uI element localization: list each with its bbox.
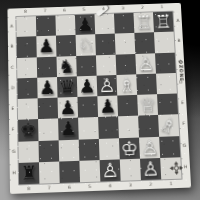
square-e6[interactable]: ♟: [58, 97, 79, 119]
coord-left-B: B: [10, 45, 13, 49]
white-pawn[interactable]: ♙: [98, 76, 116, 95]
black-pawn[interactable]: ♟: [99, 97, 117, 116]
compass-logo-icon: [169, 159, 183, 179]
coord-right-E: E: [181, 101, 184, 106]
black-rook[interactable]: ♜: [20, 163, 38, 183]
square-d2[interactable]: [136, 73, 157, 94]
square-c1[interactable]: [155, 52, 176, 73]
white-pawn[interactable]: ♙: [101, 160, 119, 180]
square-d1[interactable]: [156, 73, 177, 94]
square-b2[interactable]: [134, 32, 155, 53]
square-a2[interactable]: ♖: [133, 12, 153, 33]
coord-top-6: 6: [63, 8, 66, 12]
square-h7[interactable]: [39, 161, 60, 183]
photo-background: ♟♖♖♟♘♞♙♟♛♟♙♗♟♟♕♚♟♗♔♙♜♙♙ OZONE 8877665544…: [0, 0, 200, 200]
coord-bottom-4: 4: [109, 184, 112, 189]
square-e5[interactable]: [77, 96, 98, 118]
square-f7[interactable]: [38, 119, 59, 141]
square-c4[interactable]: [96, 54, 117, 75]
square-d7[interactable]: ♟: [37, 77, 57, 98]
coord-bottom-2: 2: [149, 183, 152, 188]
square-f1[interactable]: ♗: [158, 114, 179, 136]
coord-bottom-8: 8: [27, 187, 30, 192]
coord-left-C: C: [11, 65, 14, 69]
coord-top-2: 2: [141, 6, 144, 10]
black-king[interactable]: ♚: [20, 120, 37, 140]
square-f5[interactable]: [78, 117, 99, 139]
coord-top-5: 5: [83, 8, 86, 12]
square-b3[interactable]: [115, 33, 136, 54]
coord-right-G: G: [183, 143, 187, 148]
coord-right-D: D: [179, 80, 183, 85]
white-queen[interactable]: ♕: [139, 95, 157, 114]
square-g6[interactable]: [59, 139, 80, 161]
coord-left-H: H: [12, 171, 16, 176]
square-g1[interactable]: [159, 136, 180, 158]
square-a8[interactable]: [16, 16, 36, 37]
coord-right-H: H: [184, 165, 188, 170]
square-f8[interactable]: ♚: [18, 119, 38, 141]
black-pawn[interactable]: ♟: [38, 37, 55, 56]
board-grid: ♟♖♖♟♘♞♙♟♛♟♙♗♟♟♕♚♟♗♔♙♜♙♙: [16, 12, 181, 185]
square-d8[interactable]: [17, 77, 37, 98]
coord-right-C: C: [178, 60, 181, 64]
square-e4[interactable]: ♟: [97, 96, 118, 118]
square-b1[interactable]: [154, 32, 175, 53]
square-d3[interactable]: ♗: [116, 74, 137, 95]
coord-right-A: A: [176, 19, 179, 23]
white-pawn[interactable]: ♙: [142, 159, 160, 179]
square-c2[interactable]: ♙: [135, 53, 156, 74]
coord-bottom-1: 1: [169, 182, 172, 187]
square-h4[interactable]: ♙: [100, 159, 121, 181]
square-c8[interactable]: [17, 57, 37, 78]
square-e2[interactable]: ♕: [137, 94, 158, 116]
coord-top-3: 3: [121, 6, 124, 10]
coord-bottom-3: 3: [129, 183, 132, 188]
square-a3[interactable]: [114, 13, 134, 34]
square-c3[interactable]: [116, 54, 137, 75]
white-bishop[interactable]: ♗: [157, 113, 181, 137]
square-a5[interactable]: ♟: [75, 14, 95, 35]
square-g2[interactable]: ♙: [139, 136, 160, 158]
square-h6[interactable]: [59, 161, 80, 183]
square-a4[interactable]: [94, 14, 114, 35]
coord-left-F: F: [12, 128, 15, 133]
square-c7[interactable]: [37, 56, 57, 77]
coord-left-A: A: [10, 25, 13, 29]
coord-bottom-7: 7: [48, 186, 51, 191]
black-pawn[interactable]: ♟: [78, 77, 96, 96]
square-h3[interactable]: [120, 158, 141, 180]
coord-top-8: 8: [24, 9, 27, 13]
square-c5[interactable]: [76, 55, 96, 76]
square-g8[interactable]: [18, 141, 39, 163]
black-queen[interactable]: ♛: [58, 77, 75, 96]
square-e7[interactable]: [38, 98, 58, 120]
square-c6[interactable]: ♞: [56, 56, 76, 77]
square-d6[interactable]: ♛: [57, 76, 77, 97]
square-h8[interactable]: ♜: [19, 162, 40, 184]
coord-top-7: 7: [44, 9, 47, 13]
square-b6[interactable]: [56, 35, 76, 56]
coord-top-1: 1: [160, 5, 163, 9]
square-b4[interactable]: [95, 34, 115, 55]
square-d5[interactable]: ♟: [77, 75, 98, 96]
square-b8[interactable]: [17, 36, 37, 57]
coord-left-D: D: [11, 86, 15, 91]
coord-right-B: B: [177, 39, 180, 43]
square-e8[interactable]: [18, 98, 38, 120]
square-d4[interactable]: ♙: [97, 75, 118, 96]
square-g3[interactable]: ♔: [119, 137, 140, 159]
white-rook[interactable]: ♖: [154, 13, 172, 32]
coord-left-G: G: [12, 149, 16, 154]
black-pawn[interactable]: ♟: [39, 78, 56, 97]
square-f2[interactable]: [138, 115, 159, 137]
chess-board: ♟♖♖♟♘♞♙♟♛♟♙♗♟♟♕♚♟♗♔♙♜♙♙ OZONE 8877665544…: [7, 3, 191, 194]
square-f3[interactable]: [118, 116, 139, 138]
coord-bottom-5: 5: [88, 185, 91, 190]
square-b7[interactable]: ♟: [36, 36, 56, 57]
square-h5[interactable]: [79, 160, 100, 182]
square-e3[interactable]: [117, 95, 138, 117]
square-f4[interactable]: [98, 117, 119, 139]
square-a7[interactable]: [36, 16, 56, 37]
black-pawn[interactable]: ♟: [76, 15, 93, 34]
white-pawn[interactable]: ♙: [137, 54, 155, 73]
square-g7[interactable]: [39, 140, 60, 162]
white-pawn[interactable]: ♙: [141, 138, 159, 158]
coord-right-F: F: [182, 122, 185, 127]
coord-top-4: 4: [102, 7, 105, 11]
black-pawn[interactable]: ♟: [60, 119, 78, 139]
white-knight[interactable]: ♘: [77, 36, 94, 55]
white-king[interactable]: ♔: [120, 138, 138, 158]
square-b5[interactable]: ♘: [76, 34, 96, 55]
black-pawn[interactable]: ♟: [59, 98, 77, 117]
white-rook[interactable]: ♖: [135, 13, 153, 32]
white-bishop[interactable]: ♗: [118, 75, 136, 94]
square-g5[interactable]: [79, 138, 100, 160]
coord-left-E: E: [11, 107, 14, 112]
square-h2[interactable]: ♙: [140, 158, 161, 180]
coord-bottom-6: 6: [68, 186, 71, 191]
black-knight[interactable]: ♞: [58, 57, 75, 76]
square-g4[interactable]: [99, 138, 120, 160]
square-f6[interactable]: ♟: [58, 118, 79, 140]
square-a6[interactable]: [55, 15, 75, 36]
square-a1[interactable]: ♖: [153, 12, 174, 33]
